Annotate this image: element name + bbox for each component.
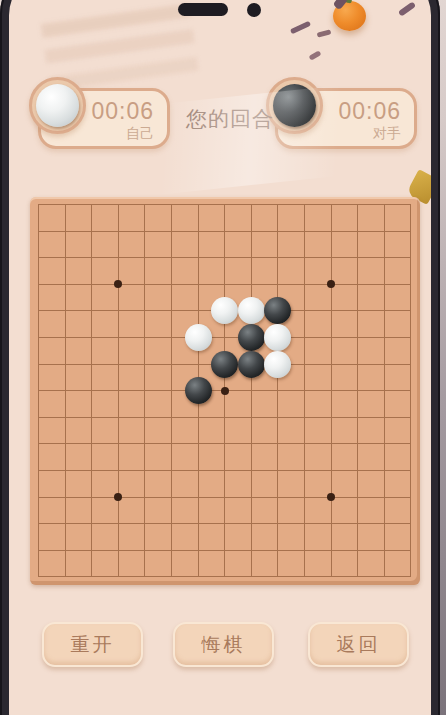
star-point	[221, 387, 229, 395]
white-stone	[238, 297, 265, 324]
white-stone	[185, 324, 212, 351]
phone-camera-icon	[247, 3, 261, 17]
opponent-timer: 00:06	[338, 98, 401, 125]
star-point	[114, 493, 122, 501]
orange-leaf-icon	[350, 0, 363, 1]
board-grid[interactable]	[38, 204, 411, 577]
white-stone	[211, 297, 238, 324]
phone-frame: 00:06 自己 00:06 对手 您的回合 重开 悔棋 返回	[0, 0, 440, 715]
black-stone	[211, 351, 238, 378]
black-stone	[185, 377, 212, 404]
white-stone	[264, 324, 291, 351]
gomoku-board[interactable]	[30, 197, 420, 585]
undo-button[interactable]: 悔棋	[173, 622, 274, 667]
game-screen: 00:06 自己 00:06 对手 您的回合 重开 悔棋 返回	[9, 0, 431, 715]
self-timer: 00:06	[91, 98, 154, 125]
turn-indicator: 您的回合	[175, 105, 285, 133]
black-stone	[238, 324, 265, 351]
black-stone	[238, 351, 265, 378]
star-point	[327, 280, 335, 288]
star-point	[327, 493, 335, 501]
leaf-icon	[398, 1, 416, 16]
leaf-icon	[290, 21, 311, 34]
phone-speaker-icon	[178, 3, 228, 16]
app-root: { "game": "gomoku (五子棋), 15x15 board", "…	[0, 0, 446, 715]
black-stone	[264, 297, 291, 324]
opponent-label: 对手	[373, 125, 401, 143]
star-point	[114, 280, 122, 288]
self-label: 自己	[126, 125, 154, 143]
leaf-icon	[317, 29, 332, 37]
white-stone	[264, 351, 291, 378]
back-button[interactable]: 返回	[308, 622, 409, 667]
self-stone-avatar	[29, 77, 86, 134]
leaf-icon	[309, 50, 322, 60]
restart-button[interactable]: 重开	[42, 622, 143, 667]
white-stone-icon	[36, 84, 79, 127]
